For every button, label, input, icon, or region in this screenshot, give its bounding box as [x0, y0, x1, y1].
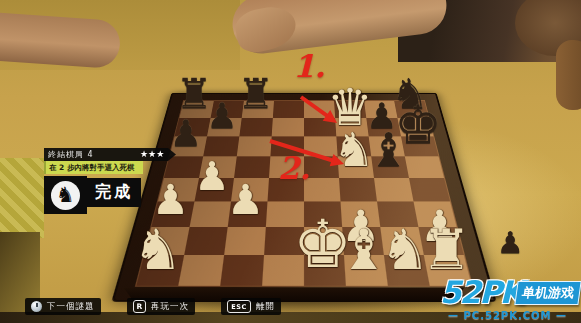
board-square-c5[interactable] — [234, 156, 270, 178]
guide-step-1: 1. — [293, 48, 325, 84]
game-screen: ♜♜♞♟♟♟♚♝♛♞♟♟♟♟♟♞♚♝♞♜♟ 1.2. 終結棋局 4 ★★★ 在 … — [0, 0, 581, 323]
chess-piece-white-pawn-c3[interactable]: ♟ — [225, 180, 266, 221]
next-puzzle-label: 下一個謎題 — [47, 301, 95, 313]
chess-piece-black-pawn-a6[interactable]: ♟ — [168, 116, 205, 153]
knight-icon: ♞ — [51, 181, 80, 210]
board-square-b2[interactable] — [184, 227, 228, 255]
board-square-c6[interactable] — [237, 136, 272, 156]
board-square-c1[interactable] — [220, 255, 264, 286]
guide-step-2: 2. — [278, 150, 310, 186]
knight-badge: ♞ — [44, 176, 87, 214]
puzzle-title-ribbon: 終結棋局 4 ★★★ — [44, 148, 176, 161]
board-square-g4[interactable] — [374, 178, 414, 201]
status-box: 完成 — [87, 178, 141, 207]
chess-piece-white-knight-f5[interactable]: ♞ — [330, 127, 377, 174]
watermark-tagline: 单机游戏 — [514, 281, 581, 305]
status-complete-label: 完成 — [95, 182, 133, 203]
replay-label: 再玩一次 — [151, 301, 189, 313]
board-square-c2[interactable] — [224, 227, 266, 255]
board-square-d7[interactable] — [272, 118, 304, 136]
chess-piece-black-pawn-b7[interactable]: ♟ — [205, 98, 240, 133]
opponent-leg — [556, 40, 581, 110]
exit-label: 離開 — [256, 301, 275, 313]
captured-pawn: ♟ — [497, 228, 524, 258]
puzzle-title: 終結棋局 4 — [44, 149, 94, 160]
watermark-url: — PC.52PK.COM — — [448, 310, 567, 321]
r-key-icon: R — [133, 300, 146, 313]
board-square-d8[interactable] — [273, 101, 304, 118]
chess-piece-black-rook-c8[interactable]: ♜ — [235, 73, 277, 115]
exit-button[interactable]: ESC 離開 — [221, 298, 281, 315]
next-puzzle-button[interactable]: 下一個謎題 — [25, 298, 101, 315]
patterned-seat-left — [0, 158, 44, 238]
chess-piece-white-pawn-a3[interactable]: ♟ — [150, 180, 191, 221]
board-square-c7[interactable] — [239, 118, 273, 136]
replay-button[interactable]: R 再玩一次 — [127, 298, 195, 315]
board-square-h4[interactable] — [409, 178, 450, 201]
puzzle-objective: 在 2 步內將對手逼入死棋 — [44, 161, 143, 174]
chess-piece-white-knight-a1[interactable]: ♞ — [130, 222, 186, 278]
chess-piece-white-rook-h1[interactable]: ♜ — [418, 222, 474, 278]
difficulty-stars: ★★★ — [140, 149, 164, 159]
board-square-f4[interactable] — [339, 178, 377, 201]
esc-key-icon: ESC — [227, 300, 251, 313]
mouse-icon — [31, 301, 42, 312]
